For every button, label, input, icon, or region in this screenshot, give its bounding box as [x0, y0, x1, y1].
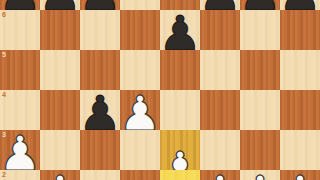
square-b7[interactable]: ♟	[40, 0, 80, 10]
square-b6[interactable]	[40, 10, 80, 50]
square-f4[interactable]	[200, 90, 240, 130]
square-e5[interactable]	[160, 50, 200, 90]
square-d5[interactable]	[120, 50, 160, 90]
rank-label-4: 4	[2, 91, 6, 99]
square-h7[interactable]: ♟	[280, 0, 320, 10]
black-pawn-e6[interactable]: ♟	[160, 13, 200, 53]
square-b2[interactable]: ♟	[40, 170, 80, 180]
square-g2[interactable]: ♟	[240, 170, 280, 180]
white-pawn-a3[interactable]: ♟	[0, 133, 40, 173]
square-f2[interactable]: ♟	[200, 170, 240, 180]
square-h4[interactable]	[280, 90, 320, 130]
square-h2[interactable]: ♟	[280, 170, 320, 180]
square-g4[interactable]	[240, 90, 280, 130]
square-d4[interactable]: ♟	[120, 90, 160, 130]
square-c6[interactable]	[80, 10, 120, 50]
square-c4[interactable]: ♟	[80, 90, 120, 130]
square-c2[interactable]	[80, 170, 120, 180]
square-g7[interactable]: ♟	[240, 0, 280, 10]
square-h6[interactable]	[280, 10, 320, 50]
square-a5[interactable]: 5	[0, 50, 40, 90]
square-a7[interactable]: ♟	[0, 0, 40, 10]
square-c3[interactable]	[80, 130, 120, 170]
square-f6[interactable]	[200, 10, 240, 50]
chess-board: ♟♟♟♟♟♟6♟54♟♟3♟♟2♟♟♟♟	[0, 0, 320, 180]
square-d3[interactable]	[120, 130, 160, 170]
square-e2[interactable]	[160, 170, 200, 180]
square-e4[interactable]	[160, 90, 200, 130]
white-pawn-b2[interactable]: ♟	[40, 173, 80, 180]
square-h5[interactable]	[280, 50, 320, 90]
square-a6[interactable]: 6	[0, 10, 40, 50]
white-pawn-f2[interactable]: ♟	[200, 173, 240, 180]
square-f7[interactable]: ♟	[200, 0, 240, 10]
square-b4[interactable]	[40, 90, 80, 130]
square-e6[interactable]: ♟	[160, 10, 200, 50]
square-f5[interactable]	[200, 50, 240, 90]
square-c5[interactable]	[80, 50, 120, 90]
square-h3[interactable]	[280, 130, 320, 170]
square-e3[interactable]: ♟	[160, 130, 200, 170]
square-b5[interactable]	[40, 50, 80, 90]
rank-label-2: 2	[2, 171, 6, 179]
square-d6[interactable]	[120, 10, 160, 50]
rank-label-6: 6	[2, 11, 6, 19]
square-b3[interactable]	[40, 130, 80, 170]
square-c7[interactable]: ♟	[80, 0, 120, 10]
square-a2[interactable]: 2	[0, 170, 40, 180]
white-pawn-d4[interactable]: ♟	[120, 93, 160, 133]
square-d7[interactable]	[120, 0, 160, 10]
rank-label-5: 5	[2, 51, 6, 59]
game-viewport: ♟♟♟♟♟♟6♟54♟♟3♟♟2♟♟♟♟	[0, 0, 320, 180]
white-pawn-h2[interactable]: ♟	[280, 173, 320, 180]
square-g3[interactable]	[240, 130, 280, 170]
square-a3[interactable]: 3♟	[0, 130, 40, 170]
square-g6[interactable]	[240, 10, 280, 50]
white-pawn-g2[interactable]: ♟	[240, 173, 280, 180]
square-d2[interactable]	[120, 170, 160, 180]
square-g5[interactable]	[240, 50, 280, 90]
square-f3[interactable]	[200, 130, 240, 170]
black-pawn-c4[interactable]: ♟	[80, 93, 120, 133]
square-a4[interactable]: 4	[0, 90, 40, 130]
